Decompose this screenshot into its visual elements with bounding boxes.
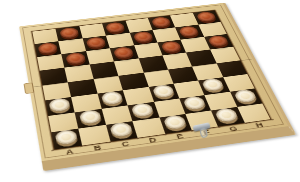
screw-dot-icon: [245, 122, 248, 124]
piece-dark-f6[interactable]: [160, 40, 182, 52]
hinge-tab: [24, 82, 35, 94]
screw-dot-icon: [108, 141, 111, 143]
piece-light-g1[interactable]: [215, 108, 240, 123]
piece-light-c1[interactable]: [109, 122, 133, 138]
piece-light-h2[interactable]: [233, 89, 258, 103]
piece-dark-b6[interactable]: [65, 52, 86, 65]
piece-light-d2[interactable]: [131, 103, 155, 118]
piece-light-e1[interactable]: [162, 115, 187, 131]
piece-light-b2[interactable]: [78, 110, 101, 125]
piece-dark-d6[interactable]: [113, 46, 134, 59]
piece-light-g3[interactable]: [201, 78, 225, 92]
piece-dark-b8[interactable]: [59, 27, 79, 39]
piece-dark-a7[interactable]: [38, 42, 58, 54]
screw-dot-icon: [271, 118, 274, 120]
piece-light-f2[interactable]: [182, 96, 206, 111]
screw-dot-icon: [80, 145, 83, 147]
piece-light-e3[interactable]: [152, 84, 175, 98]
screw-dot-icon: [136, 137, 139, 139]
piece-light-c3[interactable]: [101, 91, 124, 106]
piece-light-a3[interactable]: [49, 98, 71, 113]
piece-dark-f8[interactable]: [151, 16, 172, 27]
piece-dark-h8[interactable]: [195, 11, 216, 22]
piece-dark-g7[interactable]: [178, 25, 200, 37]
checkers-set-photo: ABCDEFGH: [0, 0, 300, 182]
screw-dot-icon: [51, 149, 53, 151]
piece-dark-c7[interactable]: [86, 36, 107, 48]
screw-dot-icon: [164, 133, 167, 135]
piece-dark-h6[interactable]: [207, 35, 229, 47]
piece-dark-d8[interactable]: [105, 21, 125, 33]
piece-dark-e7[interactable]: [132, 31, 153, 43]
piece-light-a1[interactable]: [55, 129, 78, 145]
screw-dot-icon: [218, 126, 221, 128]
